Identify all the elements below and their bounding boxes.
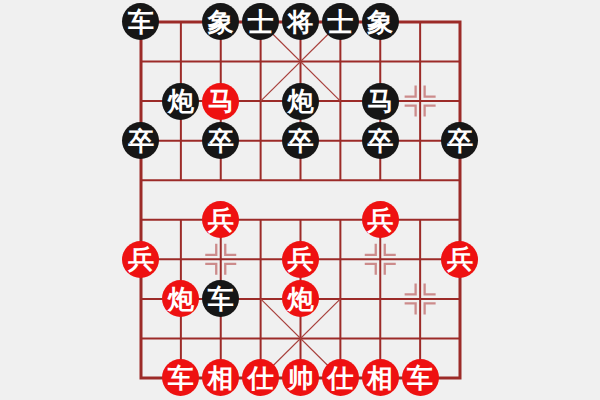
piece-red-soldier[interactable]: 兵 [282,241,319,278]
piece-black-soldier[interactable]: 卒 [122,122,159,159]
piece-black-elephant[interactable]: 象 [362,3,399,40]
piece-black-soldier[interactable]: 卒 [441,122,478,159]
piece-black-advisor[interactable]: 士 [322,3,359,40]
piece-red-chariot[interactable]: 车 [402,359,439,396]
piece-red-soldier[interactable]: 兵 [441,241,478,278]
piece-red-cannon[interactable]: 炮 [162,280,199,317]
piece-red-elephant[interactable]: 相 [202,359,239,396]
piece-black-soldier[interactable]: 卒 [202,122,239,159]
pieces-layer: 车象士将士象炮马炮马卒卒卒卒卒兵兵兵兵兵炮车炮车相仕帅仕相车 [121,2,480,397]
piece-black-soldier[interactable]: 卒 [282,122,319,159]
piece-black-advisor[interactable]: 士 [242,3,279,40]
piece-black-chariot[interactable]: 车 [202,280,239,317]
piece-black-horse[interactable]: 马 [362,83,399,120]
piece-red-cannon[interactable]: 炮 [282,280,319,317]
piece-red-soldier[interactable]: 兵 [122,241,159,278]
piece-red-soldier[interactable]: 兵 [362,201,399,238]
piece-black-cannon[interactable]: 炮 [162,83,199,120]
piece-red-horse[interactable]: 马 [202,83,239,120]
piece-red-advisor[interactable]: 仕 [242,359,279,396]
piece-black-chariot[interactable]: 车 [122,3,159,40]
piece-black-soldier[interactable]: 卒 [362,122,399,159]
piece-black-elephant[interactable]: 象 [202,3,239,40]
piece-red-soldier[interactable]: 兵 [202,201,239,238]
piece-black-general[interactable]: 将 [282,3,319,40]
piece-red-elephant[interactable]: 相 [362,359,399,396]
piece-red-advisor[interactable]: 仕 [322,359,359,396]
piece-black-cannon[interactable]: 炮 [282,83,319,120]
piece-red-chariot[interactable]: 车 [162,359,199,396]
piece-red-general[interactable]: 帅 [282,359,319,396]
xiangqi-board: 车象士将士象炮马炮马卒卒卒卒卒兵兵兵兵兵炮车炮车相仕帅仕相车 [0,0,600,400]
